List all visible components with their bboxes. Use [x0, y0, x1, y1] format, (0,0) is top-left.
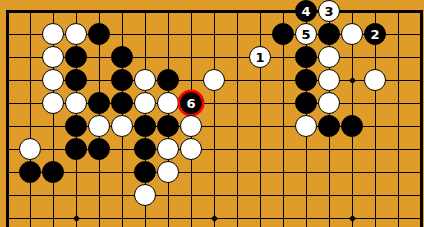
- stone-black: [295, 69, 317, 91]
- intersection: [318, 92, 341, 115]
- stone-black: [341, 115, 363, 137]
- stone-white: [180, 115, 202, 137]
- intersection: [157, 69, 180, 92]
- stone-black: [65, 115, 87, 137]
- intersection: [65, 92, 88, 115]
- stone-black: [88, 138, 110, 160]
- stone-black: [295, 46, 317, 68]
- stone-white: [42, 46, 64, 68]
- stone-white: [318, 92, 340, 114]
- stone-white: [295, 115, 317, 137]
- stone-white: [42, 92, 64, 114]
- stone-black: [318, 23, 340, 45]
- stone-black: [157, 115, 179, 137]
- intersection: [295, 46, 318, 69]
- stone-black: [134, 138, 156, 160]
- stone-white: [203, 69, 225, 91]
- intersection: [318, 115, 341, 138]
- stone-black: [88, 23, 110, 45]
- stone-white-move-3: 3: [318, 0, 340, 22]
- stone-white: [157, 161, 179, 183]
- intersection: [65, 115, 88, 138]
- stone-black: [111, 69, 133, 91]
- intersection: [295, 92, 318, 115]
- intersection: 3: [318, 0, 341, 23]
- stone-black: [272, 23, 294, 45]
- intersection: [65, 23, 88, 46]
- intersection: [157, 92, 180, 115]
- stone-white: [42, 23, 64, 45]
- stone-white: [318, 69, 340, 91]
- stone-white-move-1: 1: [249, 46, 271, 68]
- stone-white: [19, 138, 41, 160]
- intersection: [157, 115, 180, 138]
- stone-white: [65, 92, 87, 114]
- intersection: [65, 46, 88, 69]
- intersection: 4: [295, 0, 318, 23]
- stone-black: [65, 138, 87, 160]
- stone-white: [88, 115, 110, 137]
- intersection: [134, 184, 157, 207]
- stone-white: [318, 46, 340, 68]
- intersection: [88, 138, 111, 161]
- stone-black: [134, 161, 156, 183]
- intersection: [180, 138, 203, 161]
- stone-black: [65, 46, 87, 68]
- stone-white: [111, 115, 133, 137]
- intersection: [19, 161, 42, 184]
- stone-black: [111, 46, 133, 68]
- stone-white: [134, 69, 156, 91]
- stone-black: [42, 161, 64, 183]
- intersection: [341, 115, 364, 138]
- stone-black: [65, 69, 87, 91]
- intersection: [134, 92, 157, 115]
- intersection: [180, 115, 203, 138]
- stone-white: [341, 23, 363, 45]
- intersection: [134, 69, 157, 92]
- intersection: [134, 115, 157, 138]
- stone-black-move-2: 2: [364, 23, 386, 45]
- intersection: [65, 138, 88, 161]
- stone-white: [134, 184, 156, 206]
- intersection: [19, 138, 42, 161]
- intersection: [318, 69, 341, 92]
- intersection: [134, 161, 157, 184]
- intersection: [88, 92, 111, 115]
- stone-black: [157, 69, 179, 91]
- intersection: 5: [295, 23, 318, 46]
- intersection: [111, 46, 134, 69]
- intersection: [42, 69, 65, 92]
- stone-white: [42, 69, 64, 91]
- intersection: 6: [180, 92, 203, 115]
- stone-black-move-4: 4: [295, 0, 317, 22]
- intersection: 1: [249, 46, 272, 69]
- intersection: [157, 161, 180, 184]
- intersection: [42, 92, 65, 115]
- intersection: [42, 161, 65, 184]
- stone-black-move-6: 6: [180, 92, 202, 114]
- intersection: [88, 115, 111, 138]
- intersection: [88, 23, 111, 46]
- intersection: [42, 46, 65, 69]
- stone-black: [88, 92, 110, 114]
- intersection: [295, 115, 318, 138]
- intersection: [157, 138, 180, 161]
- stones-layer: 435216: [0, 0, 424, 227]
- intersection: [65, 69, 88, 92]
- intersection: [341, 23, 364, 46]
- intersection: [295, 69, 318, 92]
- intersection: [42, 23, 65, 46]
- stone-white: [65, 23, 87, 45]
- stone-white: [134, 92, 156, 114]
- intersection: [272, 23, 295, 46]
- stone-white: [364, 69, 386, 91]
- intersection: [111, 92, 134, 115]
- stone-white: [180, 138, 202, 160]
- intersection: [203, 69, 226, 92]
- intersection: [111, 115, 134, 138]
- stone-white: [157, 138, 179, 160]
- stone-black: [134, 115, 156, 137]
- intersection: [111, 69, 134, 92]
- go-board-diagram: 435216: [0, 0, 424, 227]
- stone-white: [157, 92, 179, 114]
- intersection: [364, 69, 387, 92]
- stone-white-move-5: 5: [295, 23, 317, 45]
- intersection: 2: [364, 23, 387, 46]
- intersection: [318, 46, 341, 69]
- intersection: [134, 138, 157, 161]
- stone-black: [111, 92, 133, 114]
- stone-black: [295, 92, 317, 114]
- stone-black: [318, 115, 340, 137]
- intersection: [318, 23, 341, 46]
- stone-black: [19, 161, 41, 183]
